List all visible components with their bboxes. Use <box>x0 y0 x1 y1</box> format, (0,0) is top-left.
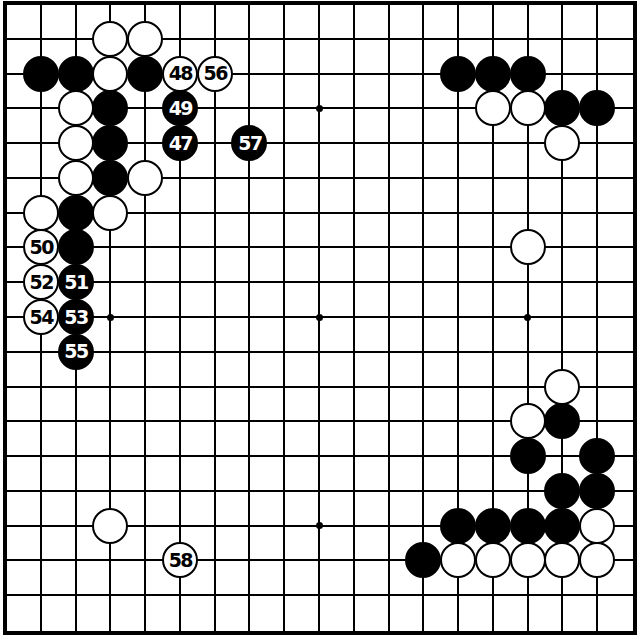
grid-cell <box>355 109 390 144</box>
move-53-stone[interactable]: 53 <box>58 299 94 335</box>
white-stone[interactable] <box>58 160 94 196</box>
grid-cell <box>459 144 494 179</box>
white-stone[interactable] <box>92 56 128 92</box>
grid-cell <box>285 422 320 457</box>
grid-cell <box>77 422 112 457</box>
grid-cell <box>42 596 77 631</box>
grid-cell <box>216 561 251 596</box>
grid-cell <box>7 144 42 179</box>
grid-cell <box>181 318 216 353</box>
star-point <box>524 314 531 321</box>
grid-cell <box>320 40 355 75</box>
grid-cell <box>181 422 216 457</box>
grid-cell <box>424 248 459 283</box>
white-stone[interactable] <box>58 90 94 126</box>
grid-cell <box>598 144 633 179</box>
grid-cell <box>355 527 390 562</box>
grid-cell <box>216 492 251 527</box>
grid-cell <box>42 5 77 40</box>
grid-cell <box>181 5 216 40</box>
move-number-label: 47 <box>169 134 192 153</box>
grid-cell <box>181 596 216 631</box>
grid-cell <box>250 596 285 631</box>
grid-cell <box>320 388 355 423</box>
white-stone[interactable] <box>23 195 59 231</box>
grid-cell <box>424 422 459 457</box>
grid-cell <box>320 457 355 492</box>
star-point <box>107 314 114 321</box>
grid-cell <box>320 318 355 353</box>
black-stone[interactable] <box>510 438 546 474</box>
grid-cell <box>598 283 633 318</box>
move-number-label: 52 <box>30 273 53 292</box>
grid-cell <box>424 5 459 40</box>
grid-cell <box>320 5 355 40</box>
grid-cell <box>285 527 320 562</box>
grid-cell <box>42 457 77 492</box>
grid-cell <box>390 457 425 492</box>
grid-cell <box>285 596 320 631</box>
grid-cell <box>146 318 181 353</box>
grid-cell <box>181 457 216 492</box>
move-50-stone[interactable]: 50 <box>23 229 59 265</box>
grid-cell <box>7 353 42 388</box>
grid-cell <box>355 144 390 179</box>
white-stone[interactable] <box>92 508 128 544</box>
grid-cell <box>7 5 42 40</box>
grid-cell <box>355 596 390 631</box>
grid-cell <box>250 422 285 457</box>
grid-cell <box>320 283 355 318</box>
grid-cell <box>355 283 390 318</box>
grid-cell <box>216 248 251 283</box>
grid-cell <box>7 596 42 631</box>
grid-cell <box>250 40 285 75</box>
grid-cell <box>598 596 633 631</box>
grid-cell <box>598 179 633 214</box>
move-number-label: 58 <box>169 551 192 570</box>
grid-cell <box>111 596 146 631</box>
grid-cell <box>598 388 633 423</box>
grid-cell <box>355 75 390 110</box>
move-52-stone[interactable]: 52 <box>23 264 59 300</box>
grid-cell <box>355 318 390 353</box>
grid-cell <box>390 596 425 631</box>
grid-cell <box>285 561 320 596</box>
grid-cell <box>250 457 285 492</box>
grid-cell <box>459 179 494 214</box>
grid-cell <box>494 318 529 353</box>
grid-cell <box>529 283 564 318</box>
grid-cell <box>111 353 146 388</box>
grid-cell <box>181 283 216 318</box>
grid-cell <box>459 457 494 492</box>
grid-cell <box>390 179 425 214</box>
black-stone[interactable] <box>510 56 546 92</box>
grid-cell <box>77 388 112 423</box>
grid-cell <box>494 5 529 40</box>
black-stone[interactable] <box>475 56 511 92</box>
star-point <box>316 522 323 529</box>
grid-cell <box>494 283 529 318</box>
black-stone[interactable] <box>544 508 580 544</box>
grid-cell <box>285 353 320 388</box>
grid-cell <box>459 353 494 388</box>
grid-cell <box>7 109 42 144</box>
grid-cell <box>390 353 425 388</box>
grid-cell <box>355 40 390 75</box>
white-stone[interactable] <box>475 90 511 126</box>
move-number-label: 51 <box>64 273 87 292</box>
grid-cell <box>598 318 633 353</box>
grid-cell <box>459 5 494 40</box>
white-stone[interactable] <box>510 542 546 578</box>
grid-cell <box>459 283 494 318</box>
grid-cell <box>598 353 633 388</box>
black-stone[interactable] <box>92 160 128 196</box>
grid-cell <box>390 388 425 423</box>
grid-cell <box>355 5 390 40</box>
move-55-stone[interactable]: 55 <box>58 334 94 370</box>
grid-cell <box>285 214 320 249</box>
grid-cell <box>355 214 390 249</box>
grid-cell <box>494 596 529 631</box>
black-stone[interactable] <box>579 473 615 509</box>
grid-cell <box>529 318 564 353</box>
grid-cell <box>250 527 285 562</box>
white-stone[interactable] <box>127 21 163 57</box>
grid-cell <box>320 561 355 596</box>
grid-cell <box>146 422 181 457</box>
grid-cell <box>42 527 77 562</box>
grid-cell <box>216 179 251 214</box>
grid-cell <box>77 596 112 631</box>
grid-cell <box>7 422 42 457</box>
grid-cell <box>111 422 146 457</box>
grid-cell <box>390 214 425 249</box>
white-stone[interactable] <box>92 195 128 231</box>
grid-cell <box>111 248 146 283</box>
grid-cell <box>285 109 320 144</box>
grid-cell <box>146 248 181 283</box>
move-number-label: 54 <box>30 308 53 327</box>
grid-cell <box>181 248 216 283</box>
move-51-stone[interactable]: 51 <box>58 264 94 300</box>
grid-cell <box>42 422 77 457</box>
grid-cell <box>181 179 216 214</box>
grid-cell <box>390 75 425 110</box>
go-diagram: 485649475750525154535558 <box>0 0 640 636</box>
grid-cell <box>459 596 494 631</box>
grid-cell <box>216 318 251 353</box>
white-stone[interactable] <box>510 90 546 126</box>
grid-cell <box>111 388 146 423</box>
grid-cell <box>320 422 355 457</box>
grid-cell <box>320 527 355 562</box>
grid-cell <box>563 248 598 283</box>
grid-cell <box>285 179 320 214</box>
grid-cell <box>250 492 285 527</box>
grid-cell <box>598 40 633 75</box>
grid-cell <box>181 492 216 527</box>
grid-cell <box>355 353 390 388</box>
grid-cell <box>285 318 320 353</box>
grid-cell <box>250 283 285 318</box>
grid-cell <box>7 492 42 527</box>
grid-cell <box>390 40 425 75</box>
grid-cell <box>598 248 633 283</box>
move-48-stone[interactable]: 48 <box>162 56 198 92</box>
grid-cell <box>355 248 390 283</box>
move-number-label: 56 <box>203 64 226 83</box>
grid-cell <box>529 179 564 214</box>
grid-cell <box>390 422 425 457</box>
black-stone[interactable] <box>440 508 476 544</box>
grid-cell <box>216 353 251 388</box>
grid-cell <box>459 388 494 423</box>
grid-cell <box>111 318 146 353</box>
move-54-stone[interactable]: 54 <box>23 299 59 335</box>
black-stone[interactable] <box>127 56 163 92</box>
grid-cell <box>494 353 529 388</box>
grid-cell <box>285 248 320 283</box>
black-stone[interactable] <box>58 229 94 265</box>
grid-cell <box>146 457 181 492</box>
grid-cell <box>355 457 390 492</box>
grid-cell <box>563 283 598 318</box>
black-stone[interactable] <box>58 56 94 92</box>
grid-cell <box>424 179 459 214</box>
grid-cell <box>424 353 459 388</box>
grid-cell <box>355 179 390 214</box>
grid-cell <box>42 492 77 527</box>
grid-cell <box>424 109 459 144</box>
move-47-stone[interactable]: 47 <box>162 125 198 161</box>
move-number-label: 49 <box>169 99 192 118</box>
move-number-label: 50 <box>30 238 53 257</box>
grid-cell <box>529 596 564 631</box>
black-stone[interactable] <box>510 508 546 544</box>
grid-cell <box>320 214 355 249</box>
grid-cell <box>320 492 355 527</box>
grid-cell <box>111 457 146 492</box>
grid-cell <box>355 388 390 423</box>
grid-cell <box>598 214 633 249</box>
black-stone[interactable] <box>23 56 59 92</box>
move-number-label: 53 <box>64 308 87 327</box>
grid-cell <box>250 561 285 596</box>
grid-cell <box>250 248 285 283</box>
grid-cell <box>563 318 598 353</box>
white-stone[interactable] <box>58 125 94 161</box>
white-stone[interactable] <box>579 508 615 544</box>
grid-cell <box>7 388 42 423</box>
grid-cell <box>216 5 251 40</box>
grid-cell <box>250 75 285 110</box>
grid-cell <box>390 492 425 527</box>
move-56-stone[interactable]: 56 <box>197 56 233 92</box>
move-number-label: 55 <box>64 342 87 361</box>
grid-cell <box>355 561 390 596</box>
grid-cell <box>320 109 355 144</box>
grid-cell <box>494 179 529 214</box>
grid-cell <box>563 596 598 631</box>
grid-cell <box>216 422 251 457</box>
grid-cell <box>77 457 112 492</box>
grid-cell <box>424 457 459 492</box>
grid-cell <box>7 457 42 492</box>
white-stone[interactable] <box>92 21 128 57</box>
grid-cell <box>250 353 285 388</box>
grid-cell <box>320 353 355 388</box>
move-number-label: 57 <box>238 134 261 153</box>
grid-cell <box>424 144 459 179</box>
grid-cell <box>250 214 285 249</box>
black-stone[interactable] <box>58 195 94 231</box>
grid-cell <box>390 283 425 318</box>
grid-cell <box>250 318 285 353</box>
grid-cell <box>285 388 320 423</box>
grid-cell <box>77 561 112 596</box>
grid-cell <box>216 527 251 562</box>
grid-cell <box>42 561 77 596</box>
grid-cell <box>390 5 425 40</box>
grid-cell <box>320 596 355 631</box>
grid-cell <box>285 492 320 527</box>
grid-cell <box>459 422 494 457</box>
grid-cell <box>390 318 425 353</box>
grid-cell <box>146 353 181 388</box>
grid-cell <box>111 283 146 318</box>
grid-cell <box>216 283 251 318</box>
grid-cell <box>181 353 216 388</box>
white-stone[interactable] <box>510 229 546 265</box>
grid-cell <box>250 179 285 214</box>
grid-cell <box>146 492 181 527</box>
white-stone[interactable] <box>544 369 580 405</box>
star-point <box>316 105 323 112</box>
move-number-label: 48 <box>169 64 192 83</box>
grid-cell <box>146 283 181 318</box>
grid-cell <box>285 144 320 179</box>
grid-cell <box>390 248 425 283</box>
grid-cell <box>390 144 425 179</box>
grid-cell <box>424 318 459 353</box>
grid-cell <box>181 214 216 249</box>
grid-cell <box>285 75 320 110</box>
grid-cell <box>216 596 251 631</box>
white-stone[interactable] <box>127 160 163 196</box>
grid-cell <box>250 5 285 40</box>
grid-cell <box>459 248 494 283</box>
white-stone[interactable] <box>510 403 546 439</box>
grid-cell <box>320 75 355 110</box>
black-stone[interactable] <box>440 56 476 92</box>
grid-cell <box>424 214 459 249</box>
grid-cell <box>216 214 251 249</box>
grid-cell <box>355 422 390 457</box>
grid-cell <box>285 283 320 318</box>
grid-cell <box>424 388 459 423</box>
grid-cell <box>111 561 146 596</box>
grid-cell <box>355 492 390 527</box>
grid-cell <box>216 388 251 423</box>
grid-cell <box>285 40 320 75</box>
go-board[interactable]: 485649475750525154535558 <box>3 1 637 635</box>
grid-cell <box>563 40 598 75</box>
grid-cell <box>459 318 494 353</box>
star-point <box>316 314 323 321</box>
black-stone[interactable] <box>475 508 511 544</box>
grid-cell <box>320 179 355 214</box>
grid-cell <box>250 388 285 423</box>
move-49-stone[interactable]: 49 <box>162 90 198 126</box>
grid-cell <box>390 109 425 144</box>
grid-cell <box>563 179 598 214</box>
grid-cell <box>216 457 251 492</box>
grid-cell <box>459 214 494 249</box>
grid-cell <box>146 214 181 249</box>
grid-cell <box>320 248 355 283</box>
grid-cell <box>181 388 216 423</box>
grid-cell <box>563 214 598 249</box>
grid-cell <box>598 5 633 40</box>
grid-cell <box>7 527 42 562</box>
grid-cell <box>146 596 181 631</box>
grid-cell <box>42 388 77 423</box>
grid-cell <box>320 144 355 179</box>
grid-cell <box>285 5 320 40</box>
grid-cell <box>494 144 529 179</box>
grid-cell <box>7 561 42 596</box>
grid-cell <box>424 283 459 318</box>
grid-cell <box>424 596 459 631</box>
grid-cell <box>563 5 598 40</box>
grid-cell <box>146 388 181 423</box>
grid-cell <box>529 5 564 40</box>
grid-cell <box>285 457 320 492</box>
